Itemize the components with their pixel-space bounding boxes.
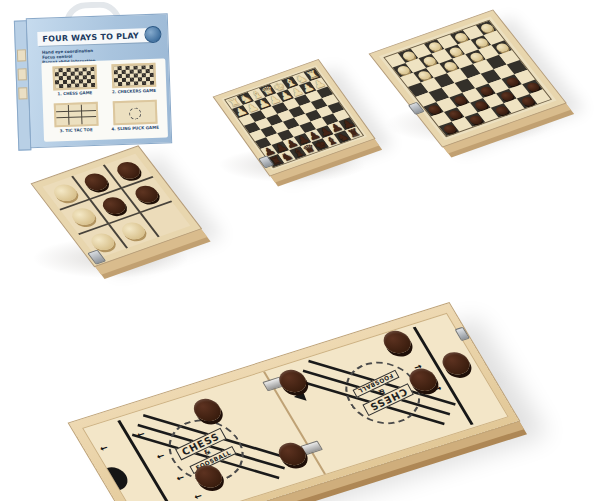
box-front: FOUR WAYS TO PLAY Hand eye coordination … — [26, 13, 172, 148]
mini-chess-board — [52, 65, 97, 91]
dark-disc — [81, 171, 112, 193]
light-disc — [118, 220, 149, 242]
panel-label: 4. SLING PUCK GAME — [111, 124, 158, 131]
light-disc — [68, 206, 99, 228]
box-title: FOUR WAYS TO PLAY — [42, 31, 139, 43]
mini-checkers-board — [111, 63, 156, 89]
panel-label: 3. TIC TAC TOE — [60, 127, 93, 133]
mini-tictactoe-board — [53, 101, 98, 127]
arrow-icon: ← — [175, 473, 187, 483]
panel-item-checkers: 2. CHECKERS GAME — [104, 63, 162, 99]
arrow-icon: ← — [192, 492, 204, 501]
box-photo-panel: 1. CHESS GAME 2. CHECKERS GAME 3. TIC TA… — [41, 58, 168, 141]
panel-item-chess: 1. CHESS GAME — [45, 65, 103, 101]
arrow-icon: ← — [155, 452, 167, 462]
box-title-banner: FOUR WAYS TO PLAY — [37, 28, 151, 46]
spine-thumbnail — [18, 68, 27, 80]
sling-notch-left — [107, 464, 132, 490]
mini-sling-board — [112, 99, 157, 125]
panel-item-sling: 4. SLING PUCK GAME — [106, 99, 164, 135]
brand-badge-icon — [144, 26, 162, 44]
dark-disc — [99, 195, 130, 217]
dark-disc — [131, 183, 162, 205]
light-disc — [87, 231, 118, 253]
light-disc — [50, 182, 81, 204]
arrow-icon: ← — [98, 444, 110, 454]
spine-thumbnail — [18, 87, 27, 99]
panel-label: 1. CHESS GAME — [57, 90, 92, 96]
retail-box: FOUR WAYS TO PLAY Hand eye coordination … — [14, 13, 172, 148]
panel-label: 2. CHECKERS GAME — [112, 88, 156, 95]
sling-puck-board: ← ← ← ← ← CHESS & FOOSBALL → → → — [69, 303, 519, 501]
sling-play-area: ← ← ← ← ← CHESS & FOOSBALL → → → — [82, 313, 509, 501]
panel-item-tictactoe: 3. TIC TAC TOE — [47, 101, 105, 137]
dark-disc — [113, 159, 144, 181]
product-photo: FOUR WAYS TO PLAY Hand eye coordination … — [0, 0, 600, 501]
spine-thumbnail — [17, 49, 26, 61]
